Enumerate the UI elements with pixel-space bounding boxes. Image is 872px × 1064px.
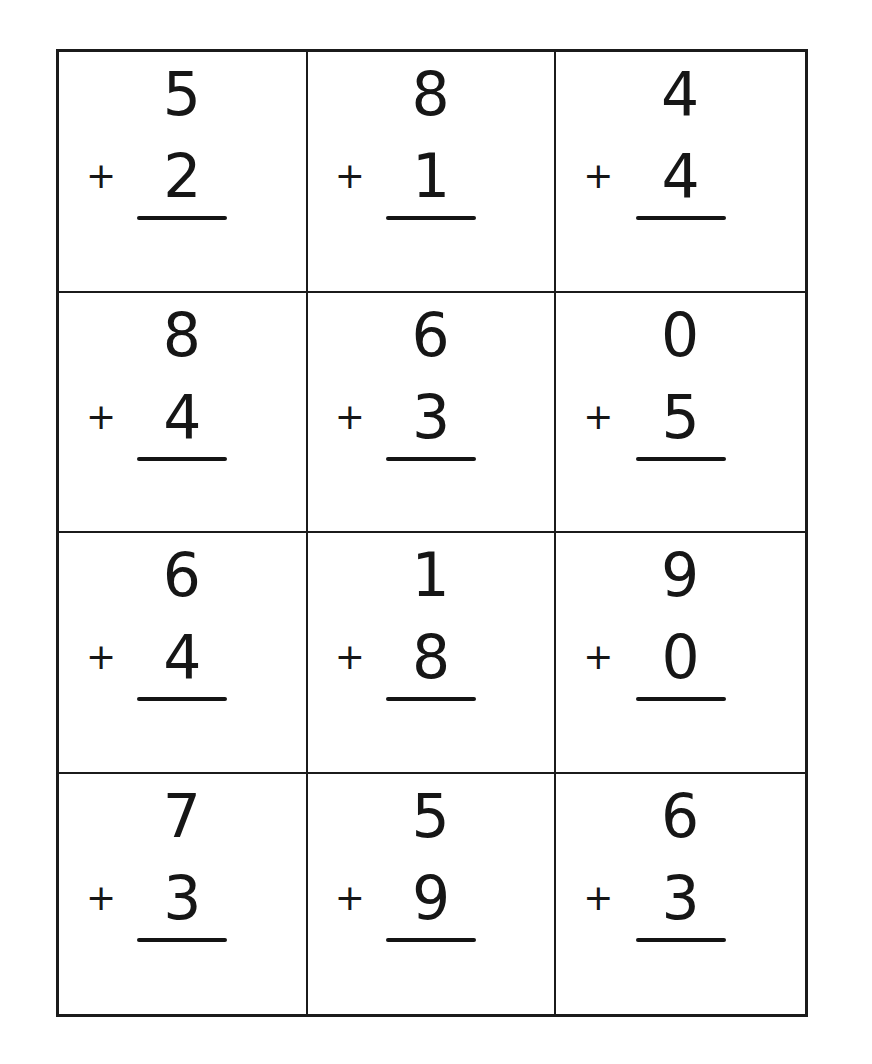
plus-icon: + (583, 399, 613, 435)
plus-icon: + (583, 639, 613, 675)
problem-cell-r2c2: 6 + 3 (308, 293, 557, 534)
top-addend: 9 (556, 543, 805, 607)
answer-blank (386, 216, 476, 220)
bottom-addend: 9 (412, 863, 450, 933)
plus-icon: + (335, 880, 365, 916)
answer-blank (137, 457, 227, 461)
answer-blank (137, 938, 227, 942)
answer-blank (386, 938, 476, 942)
top-addend: 6 (308, 303, 555, 367)
bottom-addend: 1 (412, 141, 450, 211)
top-addend: 6 (59, 543, 306, 607)
problem-cell-r2c1: 8 + 4 (59, 293, 308, 534)
answer-blank (636, 457, 726, 461)
answer-blank (636, 697, 726, 701)
bottom-addend: 8 (412, 622, 450, 692)
top-addend: 8 (59, 303, 306, 367)
plus-icon: + (583, 158, 613, 194)
top-addend: 6 (556, 784, 805, 848)
problem-cell-r3c3: 9 + 0 (556, 533, 805, 774)
plus-icon: + (335, 158, 365, 194)
top-addend: 0 (556, 303, 805, 367)
plus-icon: + (86, 158, 116, 194)
bottom-addend: 4 (163, 622, 201, 692)
problem-cell-r4c2: 5 + 9 (308, 774, 557, 1015)
problem-cell-r3c2: 1 + 8 (308, 533, 557, 774)
problem-grid: 5 + 2 8 + 1 4 + 4 8 + (56, 49, 808, 1017)
problem-cell-r4c3: 6 + 3 (556, 774, 805, 1015)
answer-blank (386, 457, 476, 461)
problem-cell-r1c3: 4 + 4 (556, 52, 805, 293)
top-addend: 5 (59, 62, 306, 126)
top-addend: 5 (308, 784, 555, 848)
answer-blank (137, 216, 227, 220)
bottom-addend: 2 (163, 141, 201, 211)
bottom-addend: 5 (662, 382, 700, 452)
worksheet-page: 5 + 2 8 + 1 4 + 4 8 + (0, 0, 872, 1064)
problem-cell-r1c1: 5 + 2 (59, 52, 308, 293)
top-addend: 4 (556, 62, 805, 126)
bottom-addend: 0 (662, 622, 700, 692)
problem-cell-r3c1: 6 + 4 (59, 533, 308, 774)
problem-cell-r4c1: 7 + 3 (59, 774, 308, 1015)
plus-icon: + (335, 639, 365, 675)
top-addend: 8 (308, 62, 555, 126)
plus-icon: + (86, 880, 116, 916)
answer-blank (137, 697, 227, 701)
top-addend: 1 (308, 543, 555, 607)
problem-cell-r2c3: 0 + 5 (556, 293, 805, 534)
bottom-addend: 4 (662, 141, 700, 211)
bottom-addend: 3 (412, 382, 450, 452)
top-addend: 7 (59, 784, 306, 848)
plus-icon: + (335, 399, 365, 435)
answer-blank (636, 216, 726, 220)
plus-icon: + (86, 639, 116, 675)
bottom-addend: 3 (163, 863, 201, 933)
bottom-addend: 4 (163, 382, 201, 452)
answer-blank (386, 697, 476, 701)
bottom-addend: 3 (662, 863, 700, 933)
plus-icon: + (583, 880, 613, 916)
plus-icon: + (86, 399, 116, 435)
answer-blank (636, 938, 726, 942)
problem-cell-r1c2: 8 + 1 (308, 52, 557, 293)
